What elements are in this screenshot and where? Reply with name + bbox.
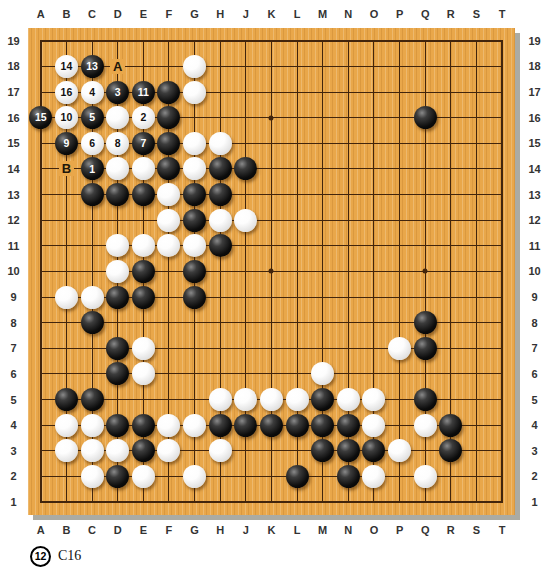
point-H12[interactable] [207,207,233,233]
point-A13[interactable] [28,182,54,208]
point-G4[interactable] [182,412,208,438]
point-Q13[interactable] [412,182,438,208]
point-Q6[interactable] [412,361,438,387]
point-Q10[interactable] [412,259,438,285]
point-T13[interactable] [489,182,515,208]
point-T3[interactable] [489,438,515,464]
point-G1[interactable] [182,489,208,515]
point-O10[interactable] [361,259,387,285]
point-N16[interactable] [336,105,362,131]
point-P1[interactable] [387,489,413,515]
point-J13[interactable] [233,182,259,208]
point-F16[interactable] [156,105,182,131]
point-P14[interactable] [387,156,413,182]
point-L13[interactable] [284,182,310,208]
point-K6[interactable] [259,361,285,387]
point-P4[interactable] [387,412,413,438]
point-A10[interactable] [28,259,54,285]
point-P10[interactable] [387,259,413,285]
point-T17[interactable] [489,79,515,105]
point-D14[interactable] [105,156,131,182]
point-M8[interactable] [310,310,336,336]
point-L7[interactable] [284,336,310,362]
point-N9[interactable] [336,284,362,310]
point-M15[interactable] [310,131,336,157]
point-K11[interactable] [259,233,285,259]
point-K10[interactable] [259,259,285,285]
point-A6[interactable] [28,361,54,387]
point-T6[interactable] [489,361,515,387]
point-J8[interactable] [233,310,259,336]
point-A1[interactable] [28,489,54,515]
point-Q12[interactable] [412,207,438,233]
point-O5[interactable] [361,387,387,413]
point-E3[interactable] [131,438,157,464]
point-T1[interactable] [489,489,515,515]
point-C9[interactable] [79,284,105,310]
point-T9[interactable] [489,284,515,310]
point-P15[interactable] [387,131,413,157]
point-T7[interactable] [489,336,515,362]
point-D4[interactable] [105,412,131,438]
point-K3[interactable] [259,438,285,464]
point-C13[interactable] [79,182,105,208]
point-M7[interactable] [310,336,336,362]
point-M1[interactable] [310,489,336,515]
point-O9[interactable] [361,284,387,310]
point-B14[interactable]: B [54,156,80,182]
point-P3[interactable] [387,438,413,464]
point-S12[interactable] [464,207,490,233]
point-H4[interactable] [207,412,233,438]
point-A4[interactable] [28,412,54,438]
point-K9[interactable] [259,284,285,310]
point-E1[interactable] [131,489,157,515]
point-T10[interactable] [489,259,515,285]
point-N14[interactable] [336,156,362,182]
point-D10[interactable] [105,259,131,285]
point-M13[interactable] [310,182,336,208]
point-L17[interactable] [284,79,310,105]
point-H7[interactable] [207,336,233,362]
point-H5[interactable] [207,387,233,413]
point-J1[interactable] [233,489,259,515]
point-J2[interactable] [233,464,259,490]
point-G3[interactable] [182,438,208,464]
point-D13[interactable] [105,182,131,208]
point-T14[interactable] [489,156,515,182]
point-K5[interactable] [259,387,285,413]
point-A5[interactable] [28,387,54,413]
point-Q18[interactable] [412,54,438,80]
point-C5[interactable] [79,387,105,413]
point-M10[interactable] [310,259,336,285]
point-C8[interactable] [79,310,105,336]
point-B5[interactable] [54,387,80,413]
point-R1[interactable] [438,489,464,515]
point-N18[interactable] [336,54,362,80]
point-M18[interactable] [310,54,336,80]
point-N17[interactable] [336,79,362,105]
point-K19[interactable] [259,28,285,54]
point-F14[interactable] [156,156,182,182]
point-T4[interactable] [489,412,515,438]
point-N2[interactable] [336,464,362,490]
point-E7[interactable] [131,336,157,362]
point-Q4[interactable] [412,412,438,438]
point-S3[interactable] [464,438,490,464]
point-A12[interactable] [28,207,54,233]
point-L15[interactable] [284,131,310,157]
point-O19[interactable] [361,28,387,54]
point-R11[interactable] [438,233,464,259]
point-L2[interactable] [284,464,310,490]
point-N15[interactable] [336,131,362,157]
point-L3[interactable] [284,438,310,464]
point-E16[interactable]: 2 [131,105,157,131]
point-S19[interactable] [464,28,490,54]
point-G7[interactable] [182,336,208,362]
point-D2[interactable] [105,464,131,490]
point-H9[interactable] [207,284,233,310]
point-Q14[interactable] [412,156,438,182]
point-H15[interactable] [207,131,233,157]
point-P17[interactable] [387,79,413,105]
point-H10[interactable] [207,259,233,285]
point-E15[interactable]: 7 [131,131,157,157]
point-G16[interactable] [182,105,208,131]
point-B13[interactable] [54,182,80,208]
point-P16[interactable] [387,105,413,131]
point-M14[interactable] [310,156,336,182]
point-D3[interactable] [105,438,131,464]
point-C6[interactable] [79,361,105,387]
point-O14[interactable] [361,156,387,182]
point-S1[interactable] [464,489,490,515]
point-F9[interactable] [156,284,182,310]
point-P19[interactable] [387,28,413,54]
point-E18[interactable] [131,54,157,80]
point-O3[interactable] [361,438,387,464]
point-E2[interactable] [131,464,157,490]
point-C7[interactable] [79,336,105,362]
point-A17[interactable] [28,79,54,105]
point-T19[interactable] [489,28,515,54]
point-H6[interactable] [207,361,233,387]
point-D15[interactable]: 8 [105,131,131,157]
point-S8[interactable] [464,310,490,336]
point-S13[interactable] [464,182,490,208]
point-D5[interactable] [105,387,131,413]
point-Q5[interactable] [412,387,438,413]
point-J4[interactable] [233,412,259,438]
point-J17[interactable] [233,79,259,105]
point-B2[interactable] [54,464,80,490]
point-Q9[interactable] [412,284,438,310]
point-F19[interactable] [156,28,182,54]
point-A11[interactable] [28,233,54,259]
point-G8[interactable] [182,310,208,336]
point-B10[interactable] [54,259,80,285]
point-O18[interactable] [361,54,387,80]
point-N3[interactable] [336,438,362,464]
point-G2[interactable] [182,464,208,490]
point-B7[interactable] [54,336,80,362]
point-B16[interactable]: 10 [54,105,80,131]
point-P11[interactable] [387,233,413,259]
point-J15[interactable] [233,131,259,157]
point-Q15[interactable] [412,131,438,157]
point-J18[interactable] [233,54,259,80]
point-K17[interactable] [259,79,285,105]
point-N1[interactable] [336,489,362,515]
point-P9[interactable] [387,284,413,310]
point-T12[interactable] [489,207,515,233]
point-K4[interactable] [259,412,285,438]
point-H14[interactable] [207,156,233,182]
point-B15[interactable]: 9 [54,131,80,157]
point-A8[interactable] [28,310,54,336]
point-D9[interactable] [105,284,131,310]
point-L8[interactable] [284,310,310,336]
point-S18[interactable] [464,54,490,80]
point-B19[interactable] [54,28,80,54]
point-E10[interactable] [131,259,157,285]
point-B18[interactable]: 14 [54,54,80,80]
point-J5[interactable] [233,387,259,413]
point-D1[interactable] [105,489,131,515]
point-E13[interactable] [131,182,157,208]
point-D12[interactable] [105,207,131,233]
point-A15[interactable] [28,131,54,157]
point-E11[interactable] [131,233,157,259]
point-R15[interactable] [438,131,464,157]
point-H19[interactable] [207,28,233,54]
point-R13[interactable] [438,182,464,208]
point-C18[interactable]: 13 [79,54,105,80]
point-J6[interactable] [233,361,259,387]
point-C4[interactable] [79,412,105,438]
point-F7[interactable] [156,336,182,362]
point-Q16[interactable] [412,105,438,131]
point-T11[interactable] [489,233,515,259]
point-S7[interactable] [464,336,490,362]
point-G6[interactable] [182,361,208,387]
point-C17[interactable]: 4 [79,79,105,105]
point-J3[interactable] [233,438,259,464]
point-O12[interactable] [361,207,387,233]
point-Q2[interactable] [412,464,438,490]
point-S15[interactable] [464,131,490,157]
point-N10[interactable] [336,259,362,285]
point-G14[interactable] [182,156,208,182]
point-R19[interactable] [438,28,464,54]
point-K2[interactable] [259,464,285,490]
point-J12[interactable] [233,207,259,233]
point-N6[interactable] [336,361,362,387]
point-A9[interactable] [28,284,54,310]
point-H1[interactable] [207,489,233,515]
point-L16[interactable] [284,105,310,131]
point-R8[interactable] [438,310,464,336]
point-S17[interactable] [464,79,490,105]
point-R5[interactable] [438,387,464,413]
point-B17[interactable]: 16 [54,79,80,105]
point-K18[interactable] [259,54,285,80]
point-D6[interactable] [105,361,131,387]
point-D16[interactable] [105,105,131,131]
point-O11[interactable] [361,233,387,259]
point-O6[interactable] [361,361,387,387]
point-F2[interactable] [156,464,182,490]
point-G19[interactable] [182,28,208,54]
point-H11[interactable] [207,233,233,259]
point-H18[interactable] [207,54,233,80]
point-E5[interactable] [131,387,157,413]
point-L12[interactable] [284,207,310,233]
point-R17[interactable] [438,79,464,105]
point-O1[interactable] [361,489,387,515]
point-S14[interactable] [464,156,490,182]
point-P13[interactable] [387,182,413,208]
point-O16[interactable] [361,105,387,131]
point-F17[interactable] [156,79,182,105]
point-R9[interactable] [438,284,464,310]
point-G18[interactable] [182,54,208,80]
point-A16[interactable]: 15 [28,105,54,131]
point-B9[interactable] [54,284,80,310]
point-J9[interactable] [233,284,259,310]
point-M3[interactable] [310,438,336,464]
point-O7[interactable] [361,336,387,362]
point-L1[interactable] [284,489,310,515]
point-L18[interactable] [284,54,310,80]
point-C19[interactable] [79,28,105,54]
point-R4[interactable] [438,412,464,438]
point-M6[interactable] [310,361,336,387]
point-S4[interactable] [464,412,490,438]
point-R14[interactable] [438,156,464,182]
point-Q7[interactable] [412,336,438,362]
point-P7[interactable] [387,336,413,362]
point-R18[interactable] [438,54,464,80]
point-L11[interactable] [284,233,310,259]
point-H16[interactable] [207,105,233,131]
point-G9[interactable] [182,284,208,310]
point-R7[interactable] [438,336,464,362]
point-C3[interactable] [79,438,105,464]
point-G10[interactable] [182,259,208,285]
point-M2[interactable] [310,464,336,490]
point-M12[interactable] [310,207,336,233]
point-J7[interactable] [233,336,259,362]
point-M4[interactable] [310,412,336,438]
point-F13[interactable] [156,182,182,208]
point-A19[interactable] [28,28,54,54]
point-M11[interactable] [310,233,336,259]
point-S16[interactable] [464,105,490,131]
point-E9[interactable] [131,284,157,310]
point-P5[interactable] [387,387,413,413]
point-L9[interactable] [284,284,310,310]
point-J10[interactable] [233,259,259,285]
point-C10[interactable] [79,259,105,285]
point-S9[interactable] [464,284,490,310]
point-T16[interactable] [489,105,515,131]
point-T2[interactable] [489,464,515,490]
point-R16[interactable] [438,105,464,131]
point-C14[interactable]: 1 [79,156,105,182]
point-R3[interactable] [438,438,464,464]
point-K16[interactable] [259,105,285,131]
point-F4[interactable] [156,412,182,438]
point-Q1[interactable] [412,489,438,515]
point-A7[interactable] [28,336,54,362]
point-A3[interactable] [28,438,54,464]
point-G11[interactable] [182,233,208,259]
point-N12[interactable] [336,207,362,233]
point-C12[interactable] [79,207,105,233]
point-H13[interactable] [207,182,233,208]
point-P8[interactable] [387,310,413,336]
point-K14[interactable] [259,156,285,182]
point-O4[interactable] [361,412,387,438]
point-B3[interactable] [54,438,80,464]
point-E6[interactable] [131,361,157,387]
point-F18[interactable] [156,54,182,80]
point-G15[interactable] [182,131,208,157]
point-T5[interactable] [489,387,515,413]
point-H2[interactable] [207,464,233,490]
point-N5[interactable] [336,387,362,413]
point-L4[interactable] [284,412,310,438]
point-B4[interactable] [54,412,80,438]
point-C11[interactable] [79,233,105,259]
point-T15[interactable] [489,131,515,157]
point-M17[interactable] [310,79,336,105]
point-T18[interactable] [489,54,515,80]
point-J16[interactable] [233,105,259,131]
point-A18[interactable] [28,54,54,80]
point-C1[interactable] [79,489,105,515]
point-Q19[interactable] [412,28,438,54]
point-S2[interactable] [464,464,490,490]
point-E19[interactable] [131,28,157,54]
point-O15[interactable] [361,131,387,157]
point-F10[interactable] [156,259,182,285]
point-F12[interactable] [156,207,182,233]
point-B6[interactable] [54,361,80,387]
point-G13[interactable] [182,182,208,208]
point-H3[interactable] [207,438,233,464]
point-M19[interactable] [310,28,336,54]
point-N11[interactable] [336,233,362,259]
point-B11[interactable] [54,233,80,259]
point-R12[interactable] [438,207,464,233]
point-E4[interactable] [131,412,157,438]
point-A2[interactable] [28,464,54,490]
point-K12[interactable] [259,207,285,233]
point-N13[interactable] [336,182,362,208]
point-M9[interactable] [310,284,336,310]
point-Q11[interactable] [412,233,438,259]
point-M16[interactable] [310,105,336,131]
point-N19[interactable] [336,28,362,54]
point-J14[interactable] [233,156,259,182]
point-Q8[interactable] [412,310,438,336]
point-K8[interactable] [259,310,285,336]
point-D7[interactable] [105,336,131,362]
